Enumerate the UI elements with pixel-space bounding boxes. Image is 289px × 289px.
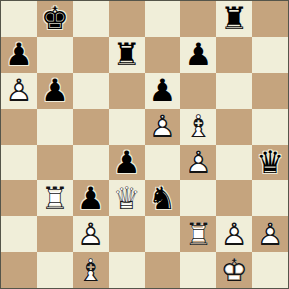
square-h3[interactable] <box>252 180 288 216</box>
square-d5[interactable] <box>109 109 145 145</box>
pawn-outline-glyph: ♙ <box>77 219 105 250</box>
pawn-outline-glyph: ♙ <box>5 75 33 106</box>
piece-white-rook[interactable]: ♜♖ <box>41 183 69 214</box>
square-b8[interactable]: ♚ <box>37 1 73 37</box>
square-d2[interactable] <box>109 216 145 252</box>
square-c2[interactable]: ♟♙ <box>73 216 109 252</box>
piece-black-king[interactable]: ♚ <box>41 3 69 34</box>
pawn-glyph: ♟ <box>41 75 69 106</box>
pawn-glyph: ♟ <box>113 147 141 178</box>
piece-black-rook[interactable]: ♜ <box>113 39 141 70</box>
square-e6[interactable]: ♟ <box>145 73 181 109</box>
rook-glyph: ♜ <box>113 39 141 70</box>
square-b4[interactable] <box>37 145 73 181</box>
piece-black-queen[interactable]: ♛ <box>256 147 284 178</box>
square-h6[interactable] <box>252 73 288 109</box>
square-f1[interactable] <box>180 252 216 288</box>
square-a5[interactable] <box>1 109 37 145</box>
square-d4[interactable]: ♟ <box>109 145 145 181</box>
piece-black-knight[interactable]: ♞ <box>149 183 177 214</box>
square-g2[interactable]: ♟♙ <box>216 216 252 252</box>
square-c4[interactable] <box>73 145 109 181</box>
pawn-outline-glyph: ♙ <box>256 219 284 250</box>
square-e1[interactable] <box>145 252 181 288</box>
square-a1[interactable] <box>1 252 37 288</box>
square-g4[interactable] <box>216 145 252 181</box>
piece-white-pawn[interactable]: ♟♙ <box>5 75 33 106</box>
square-f5[interactable]: ♝♗ <box>180 109 216 145</box>
square-f7[interactable]: ♟ <box>180 37 216 73</box>
square-g8[interactable]: ♜ <box>216 1 252 37</box>
square-a4[interactable] <box>1 145 37 181</box>
king-outline-glyph: ♔ <box>220 255 248 286</box>
square-b5[interactable] <box>37 109 73 145</box>
square-g7[interactable] <box>216 37 252 73</box>
square-h4[interactable]: ♛ <box>252 145 288 181</box>
square-b2[interactable] <box>37 216 73 252</box>
rook-glyph: ♜ <box>220 3 248 34</box>
piece-black-pawn[interactable]: ♟ <box>149 75 177 106</box>
square-a2[interactable] <box>1 216 37 252</box>
square-a7[interactable]: ♟ <box>1 37 37 73</box>
pawn-glyph: ♟ <box>5 39 33 70</box>
piece-white-pawn[interactable]: ♟♙ <box>184 147 212 178</box>
square-c1[interactable]: ♝♗ <box>73 252 109 288</box>
square-b3[interactable]: ♜♖ <box>37 180 73 216</box>
piece-white-pawn[interactable]: ♟♙ <box>256 219 284 250</box>
square-f2[interactable]: ♜♖ <box>180 216 216 252</box>
square-c3[interactable]: ♟ <box>73 180 109 216</box>
piece-white-bishop[interactable]: ♝♗ <box>77 255 105 286</box>
square-e4[interactable] <box>145 145 181 181</box>
piece-black-pawn[interactable]: ♟ <box>77 183 105 214</box>
pawn-outline-glyph: ♙ <box>220 219 248 250</box>
piece-white-rook[interactable]: ♜♖ <box>184 219 212 250</box>
square-c6[interactable] <box>73 73 109 109</box>
piece-black-pawn[interactable]: ♟ <box>113 147 141 178</box>
square-e7[interactable] <box>145 37 181 73</box>
square-b1[interactable] <box>37 252 73 288</box>
square-f8[interactable] <box>180 1 216 37</box>
rook-outline-glyph: ♖ <box>184 219 212 250</box>
square-h7[interactable] <box>252 37 288 73</box>
square-d8[interactable] <box>109 1 145 37</box>
square-a6[interactable]: ♟♙ <box>1 73 37 109</box>
piece-black-pawn[interactable]: ♟ <box>41 75 69 106</box>
chess-board: ♚♜♟♜♟♟♙♟♟♟♙♝♗♟♟♙♛♜♖♟♛♕♞♟♙♜♖♟♙♟♙♝♗♚♔ <box>0 0 289 289</box>
square-c7[interactable] <box>73 37 109 73</box>
square-a8[interactable] <box>1 1 37 37</box>
king-glyph: ♚ <box>41 3 69 34</box>
square-h2[interactable]: ♟♙ <box>252 216 288 252</box>
square-g6[interactable] <box>216 73 252 109</box>
square-b6[interactable]: ♟ <box>37 73 73 109</box>
rook-outline-glyph: ♖ <box>41 183 69 214</box>
square-c5[interactable] <box>73 109 109 145</box>
piece-black-pawn[interactable]: ♟ <box>184 39 212 70</box>
piece-white-pawn[interactable]: ♟♙ <box>77 219 105 250</box>
square-g3[interactable] <box>216 180 252 216</box>
square-b7[interactable] <box>37 37 73 73</box>
square-f3[interactable] <box>180 180 216 216</box>
piece-white-bishop[interactable]: ♝♗ <box>184 111 212 142</box>
square-c8[interactable] <box>73 1 109 37</box>
pawn-outline-glyph: ♙ <box>184 147 212 178</box>
bishop-outline-glyph: ♗ <box>77 255 105 286</box>
piece-white-pawn[interactable]: ♟♙ <box>220 219 248 250</box>
piece-white-pawn[interactable]: ♟♙ <box>149 111 177 142</box>
pawn-glyph: ♟ <box>184 39 212 70</box>
piece-white-queen[interactable]: ♛♕ <box>113 183 141 214</box>
square-a3[interactable] <box>1 180 37 216</box>
queen-outline-glyph: ♕ <box>113 183 141 214</box>
square-e2[interactable] <box>145 216 181 252</box>
square-d7[interactable]: ♜ <box>109 37 145 73</box>
square-f6[interactable] <box>180 73 216 109</box>
queen-glyph: ♛ <box>256 147 284 178</box>
square-d6[interactable] <box>109 73 145 109</box>
pawn-glyph: ♟ <box>77 183 105 214</box>
piece-black-pawn[interactable]: ♟ <box>5 39 33 70</box>
square-f4[interactable]: ♟♙ <box>180 145 216 181</box>
knight-glyph: ♞ <box>149 183 177 214</box>
bishop-outline-glyph: ♗ <box>184 111 212 142</box>
square-d1[interactable] <box>109 252 145 288</box>
square-g5[interactable] <box>216 109 252 145</box>
square-h1[interactable] <box>252 252 288 288</box>
piece-black-rook[interactable]: ♜ <box>220 3 248 34</box>
square-e5[interactable]: ♟♙ <box>145 109 181 145</box>
pawn-glyph: ♟ <box>149 75 177 106</box>
square-e8[interactable] <box>145 1 181 37</box>
square-g1[interactable]: ♚♔ <box>216 252 252 288</box>
square-h8[interactable] <box>252 1 288 37</box>
square-h5[interactable] <box>252 109 288 145</box>
pawn-outline-glyph: ♙ <box>149 111 177 142</box>
square-d3[interactable]: ♛♕ <box>109 180 145 216</box>
piece-white-king[interactable]: ♚♔ <box>220 255 248 286</box>
square-e3[interactable]: ♞ <box>145 180 181 216</box>
